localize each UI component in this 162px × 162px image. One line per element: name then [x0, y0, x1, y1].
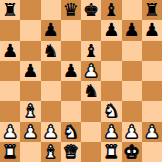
- black-bishop-f8[interactable]: ♝: [103, 1, 119, 19]
- square-g5[interactable]: [122, 61, 142, 81]
- square-g3[interactable]: [122, 101, 142, 121]
- square-g6[interactable]: [122, 41, 142, 61]
- square-d4[interactable]: [61, 81, 81, 101]
- square-a5[interactable]: [0, 61, 20, 81]
- square-b7[interactable]: [20, 20, 40, 40]
- square-g7[interactable]: ♟: [122, 20, 142, 40]
- black-pawn-a6[interactable]: ♟: [2, 42, 18, 60]
- square-d6[interactable]: [61, 41, 81, 61]
- white-bishop-b3[interactable]: ♝: [22, 102, 38, 120]
- white-pawn-b2[interactable]: ♟: [22, 123, 38, 141]
- black-bishop-e6[interactable]: ♝: [83, 42, 99, 60]
- square-a1[interactable]: ♜: [0, 142, 20, 162]
- square-f6[interactable]: [101, 41, 121, 61]
- black-pawn-f7[interactable]: ♟: [103, 21, 119, 39]
- square-c3[interactable]: [41, 101, 61, 121]
- white-knight-d2[interactable]: ♞: [63, 123, 79, 141]
- square-b1[interactable]: [20, 142, 40, 162]
- black-queen-d8[interactable]: ♛: [63, 1, 79, 19]
- white-queen-d1[interactable]: ♛: [63, 143, 79, 161]
- square-g4[interactable]: [122, 81, 142, 101]
- square-a7[interactable]: [0, 20, 20, 40]
- square-e6[interactable]: ♝: [81, 41, 101, 61]
- square-e4[interactable]: ♞: [81, 81, 101, 101]
- square-f5[interactable]: [101, 61, 121, 81]
- white-pawn-h2[interactable]: ♟: [144, 123, 160, 141]
- square-b4[interactable]: [20, 81, 40, 101]
- square-b8[interactable]: [20, 0, 40, 20]
- white-rook-a1[interactable]: ♜: [2, 143, 18, 161]
- black-pawn-d5[interactable]: ♟: [63, 62, 79, 80]
- square-d1[interactable]: ♛: [61, 142, 81, 162]
- white-knight-f3[interactable]: ♞: [103, 102, 119, 120]
- black-king-e8[interactable]: ♚: [83, 1, 99, 19]
- white-pawn-c2[interactable]: ♟: [43, 123, 59, 141]
- black-pawn-g7[interactable]: ♟: [124, 21, 140, 39]
- square-c7[interactable]: ♟: [41, 20, 61, 40]
- square-h2[interactable]: ♟: [142, 122, 162, 142]
- square-h8[interactable]: ♜: [142, 0, 162, 20]
- square-h5[interactable]: [142, 61, 162, 81]
- chess-board: ♜♛♚♝♜♟♟♟♟♟♞♝♟♟♟♞♝♞♟♟♟♞♟♟♟♜♝♛♜♚: [0, 0, 162, 162]
- square-f1[interactable]: ♜: [101, 142, 121, 162]
- square-a2[interactable]: ♟: [0, 122, 20, 142]
- square-g2[interactable]: ♟: [122, 122, 142, 142]
- square-a6[interactable]: ♟: [0, 41, 20, 61]
- white-king-g1[interactable]: ♚: [124, 143, 140, 161]
- white-pawn-f2[interactable]: ♟: [103, 123, 119, 141]
- white-pawn-e5[interactable]: ♟: [83, 62, 99, 80]
- square-c6[interactable]: ♞: [41, 41, 61, 61]
- square-d2[interactable]: ♞: [61, 122, 81, 142]
- square-e2[interactable]: [81, 122, 101, 142]
- square-e7[interactable]: [81, 20, 101, 40]
- square-c1[interactable]: ♝: [41, 142, 61, 162]
- square-c4[interactable]: [41, 81, 61, 101]
- square-g8[interactable]: [122, 0, 142, 20]
- square-b5[interactable]: ♟: [20, 61, 40, 81]
- square-g1[interactable]: ♚: [122, 142, 142, 162]
- white-rook-f1[interactable]: ♜: [103, 143, 119, 161]
- square-b6[interactable]: [20, 41, 40, 61]
- square-h1[interactable]: [142, 142, 162, 162]
- black-knight-c6[interactable]: ♞: [43, 42, 59, 60]
- square-a8[interactable]: ♜: [0, 0, 20, 20]
- square-e5[interactable]: ♟: [81, 61, 101, 81]
- square-d5[interactable]: ♟: [61, 61, 81, 81]
- square-h7[interactable]: ♟: [142, 20, 162, 40]
- black-knight-e4[interactable]: ♞: [83, 82, 99, 100]
- square-a4[interactable]: [0, 81, 20, 101]
- square-b3[interactable]: ♝: [20, 101, 40, 121]
- white-pawn-g2[interactable]: ♟: [124, 123, 140, 141]
- black-pawn-c7[interactable]: ♟: [43, 21, 59, 39]
- square-b2[interactable]: ♟: [20, 122, 40, 142]
- square-c2[interactable]: ♟: [41, 122, 61, 142]
- square-h4[interactable]: [142, 81, 162, 101]
- square-d8[interactable]: ♛: [61, 0, 81, 20]
- black-rook-h8[interactable]: ♜: [144, 1, 160, 19]
- white-pawn-a2[interactable]: ♟: [2, 123, 18, 141]
- square-a3[interactable]: [0, 101, 20, 121]
- square-e1[interactable]: [81, 142, 101, 162]
- white-bishop-c1[interactable]: ♝: [43, 143, 59, 161]
- square-c8[interactable]: [41, 0, 61, 20]
- square-e8[interactable]: ♚: [81, 0, 101, 20]
- black-pawn-h7[interactable]: ♟: [144, 21, 160, 39]
- square-f4[interactable]: [101, 81, 121, 101]
- square-h6[interactable]: [142, 41, 162, 61]
- square-f8[interactable]: ♝: [101, 0, 121, 20]
- square-f3[interactable]: ♞: [101, 101, 121, 121]
- square-f7[interactable]: ♟: [101, 20, 121, 40]
- black-pawn-b5[interactable]: ♟: [22, 62, 38, 80]
- square-c5[interactable]: [41, 61, 61, 81]
- square-h3[interactable]: [142, 101, 162, 121]
- chess-board-widget: ♜♛♚♝♜♟♟♟♟♟♞♝♟♟♟♞♝♞♟♟♟♞♟♟♟♜♝♛♜♚: [0, 0, 162, 162]
- square-e3[interactable]: [81, 101, 101, 121]
- black-rook-a8[interactable]: ♜: [2, 1, 18, 19]
- square-d7[interactable]: [61, 20, 81, 40]
- square-f2[interactable]: ♟: [101, 122, 121, 142]
- square-d3[interactable]: [61, 101, 81, 121]
